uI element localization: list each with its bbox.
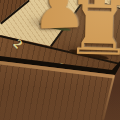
chessboard-corner-photo: ♟ ♜ 2 1	[0, 0, 120, 120]
board-box-side	[0, 0, 120, 120]
box-side-front-face	[0, 0, 120, 120]
